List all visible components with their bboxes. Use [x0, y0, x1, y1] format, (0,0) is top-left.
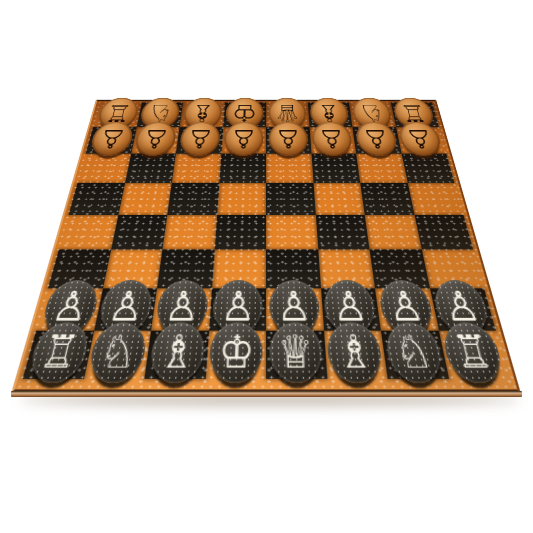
- rook-icon: ♖: [437, 310, 511, 396]
- white-pawn-disc[interactable]: ♙: [268, 122, 308, 156]
- square[interactable]: ♙: [396, 127, 447, 154]
- square[interactable]: [59, 215, 118, 250]
- square[interactable]: ♙: [266, 127, 311, 154]
- board-front-edge: [11, 391, 522, 397]
- square[interactable]: [118, 183, 172, 215]
- square[interactable]: [214, 215, 266, 250]
- pawn-icon: ♙: [396, 115, 447, 163]
- white-pawn-disc[interactable]: ♙: [354, 122, 399, 156]
- black-queen-disc[interactable]: ♕: [269, 322, 324, 383]
- bishop-icon: ♗: [145, 310, 207, 396]
- square[interactable]: ♖: [23, 331, 94, 379]
- white-pawn-disc[interactable]: ♙: [397, 122, 444, 156]
- white-pawn-disc[interactable]: ♙: [88, 122, 135, 156]
- square[interactable]: ♕: [266, 331, 327, 379]
- square[interactable]: [315, 215, 369, 250]
- square[interactable]: ♙: [309, 127, 356, 154]
- square[interactable]: [69, 183, 125, 215]
- square[interactable]: [407, 183, 463, 215]
- pawn-icon: ♙: [311, 115, 355, 163]
- square[interactable]: ♔: [205, 331, 266, 379]
- black-bishop-disc[interactable]: ♗: [326, 322, 385, 383]
- black-bishop-disc[interactable]: ♗: [147, 322, 206, 383]
- pawn-icon: ♙: [177, 115, 221, 163]
- rook-icon: ♖: [21, 310, 95, 396]
- square[interactable]: [365, 215, 422, 250]
- square[interactable]: ♙: [86, 127, 137, 154]
- pawn-icon: ♙: [268, 115, 309, 163]
- square[interactable]: ♖: [438, 331, 509, 379]
- chess-board[interactable]: ♖♘♗♔♕♗♘♖♙♙♙♙♙♙♙♙♙♙♙♙♙♙♙♙♖♘♗♔♕♗♘♖: [11, 100, 520, 393]
- square[interactable]: [111, 215, 168, 250]
- square[interactable]: ♙: [176, 127, 223, 154]
- white-pawn-disc[interactable]: ♙: [178, 122, 221, 156]
- white-pawn-disc[interactable]: ♙: [223, 122, 263, 156]
- square[interactable]: [167, 183, 219, 215]
- king-icon: ♔: [207, 310, 263, 396]
- queen-icon: ♕: [269, 310, 325, 396]
- pawn-icon: ♙: [131, 115, 179, 163]
- pawn-icon: ♙: [223, 115, 264, 163]
- square[interactable]: [217, 183, 266, 215]
- square[interactable]: [266, 215, 318, 250]
- black-king-disc[interactable]: ♔: [208, 322, 263, 383]
- black-rook-disc[interactable]: ♖: [440, 322, 507, 383]
- square[interactable]: ♙: [352, 127, 401, 154]
- board-grid: ♖♘♗♔♕♗♘♖♙♙♙♙♙♙♙♙♙♙♙♙♙♙♙♙♖♘♗♔♕♗♘♖: [23, 103, 510, 379]
- square[interactable]: ♗: [144, 331, 208, 379]
- square[interactable]: [162, 215, 216, 250]
- black-rook-disc[interactable]: ♖: [25, 322, 92, 383]
- chess-board-photo: ♖♘♗♔♕♗♘♖♙♙♙♙♙♙♙♙♙♙♙♙♙♙♙♙♖♘♗♔♕♗♘♖: [0, 0, 533, 533]
- black-knight-disc[interactable]: ♘: [383, 322, 446, 383]
- square[interactable]: [414, 215, 473, 250]
- square[interactable]: ♘: [83, 331, 151, 379]
- square[interactable]: ♙: [131, 127, 180, 154]
- white-pawn-disc[interactable]: ♙: [311, 122, 354, 156]
- square[interactable]: [266, 183, 315, 215]
- square[interactable]: ♙: [221, 127, 266, 154]
- black-knight-disc[interactable]: ♘: [86, 322, 149, 383]
- square[interactable]: [360, 183, 414, 215]
- square[interactable]: ♘: [381, 331, 449, 379]
- square[interactable]: ♗: [323, 331, 387, 379]
- white-pawn-disc[interactable]: ♙: [133, 122, 178, 156]
- square[interactable]: [313, 183, 365, 215]
